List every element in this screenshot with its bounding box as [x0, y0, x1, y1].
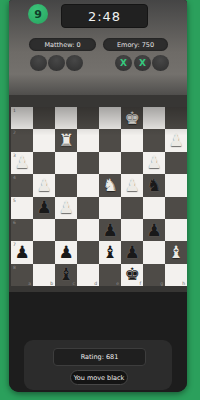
square-g7[interactable] [143, 241, 165, 263]
piece-white-pawn[interactable]: ♟ [165, 129, 187, 151]
square-h6[interactable] [165, 219, 187, 241]
file-label: g [160, 281, 163, 286]
bottom-panel: Rating: 681 You move black [9, 292, 187, 392]
piece-white-king[interactable]: ♚ [121, 107, 143, 129]
badge-9-icon: 9 [34, 8, 42, 21]
square-g8[interactable]: g [143, 264, 165, 286]
square-a1[interactable]: 1 [11, 107, 33, 129]
piece-black-pawn[interactable]: ♟ [99, 219, 121, 241]
lifeline-dot-1[interactable] [30, 55, 47, 71]
square-c6[interactable] [55, 219, 77, 241]
square-h4[interactable] [165, 174, 187, 196]
rating-label: Rating: 681 [81, 353, 119, 361]
square-c2[interactable]: ♜ [55, 129, 77, 151]
square-c5[interactable]: ♟ [55, 197, 77, 219]
square-h2[interactable]: ♟ [165, 129, 187, 151]
player-score-left: Matthew: 0 [29, 38, 96, 51]
rank-label: 4 [13, 175, 16, 180]
file-label: b [50, 281, 53, 286]
rank-label: 8 [13, 265, 16, 270]
square-e2[interactable] [99, 129, 121, 151]
piece-white-pawn[interactable]: ♟ [11, 152, 33, 174]
lifeline-dot-2[interactable] [48, 55, 65, 71]
square-g5[interactable] [143, 197, 165, 219]
square-d1[interactable] [77, 107, 99, 129]
square-a7[interactable]: 7♟ [11, 241, 33, 263]
x-mark-icon: X [120, 59, 127, 68]
square-b5[interactable]: ♟ [33, 197, 55, 219]
square-h5[interactable] [165, 197, 187, 219]
square-b6[interactable] [33, 219, 55, 241]
square-c4[interactable] [55, 174, 77, 196]
lifeline-dot-5[interactable]: X [134, 55, 151, 71]
file-label: e [116, 281, 119, 286]
square-g2[interactable] [143, 129, 165, 151]
square-d3[interactable] [77, 152, 99, 174]
green-circle-button[interactable]: 9 [28, 4, 48, 24]
square-a8[interactable]: 8a [11, 264, 33, 286]
square-f8[interactable]: f♚ [121, 264, 143, 286]
piece-white-rook[interactable]: ♜ [55, 129, 77, 151]
piece-black-pawn[interactable]: ♟ [11, 241, 33, 263]
square-e5[interactable] [99, 197, 121, 219]
chess-board: 1♚2♜♟3♟♟4♟♞♟♞5♟♟6♟♟7♟♟♝♟♝8abc♝def♚gh [11, 107, 187, 286]
rating-display: Rating: 681 [53, 348, 146, 366]
square-b3[interactable] [33, 152, 55, 174]
piece-white-knight[interactable]: ♞ [99, 174, 121, 196]
piece-white-pawn[interactable]: ♟ [33, 174, 55, 196]
square-f4[interactable]: ♟ [121, 174, 143, 196]
square-e6[interactable]: ♟ [99, 219, 121, 241]
square-f5[interactable] [121, 197, 143, 219]
move-turn-label: You move black [74, 374, 125, 382]
square-d6[interactable] [77, 219, 99, 241]
square-f1[interactable]: ♚ [121, 107, 143, 129]
square-d8[interactable]: d [77, 264, 99, 286]
square-g4[interactable]: ♞ [143, 174, 165, 196]
piece-black-pawn[interactable]: ♟ [143, 219, 165, 241]
lifeline-dot-6[interactable] [152, 55, 169, 71]
lifeline-dot-4[interactable]: X [115, 55, 132, 71]
square-a5[interactable]: 5 [11, 197, 33, 219]
move-turn-button[interactable]: You move black [70, 370, 128, 385]
top-panel: 9 2:48 Matthew: 0 Emory: 750 X X [9, 0, 187, 95]
timer-display: 2:48 [61, 4, 148, 28]
piece-black-pawn[interactable]: ♟ [55, 241, 77, 263]
timer-value: 2:48 [88, 9, 121, 24]
app-screenshot: { "game": "chess", "position": { "fen": … [0, 0, 200, 400]
square-h7[interactable]: ♝ [165, 241, 187, 263]
square-c7[interactable]: ♟ [55, 241, 77, 263]
x-mark-icon: X [139, 59, 146, 68]
square-b4[interactable]: ♟ [33, 174, 55, 196]
phone-frame: 9 2:48 Matthew: 0 Emory: 750 X X 1♚2♜♟3♟… [9, 0, 187, 392]
square-e7[interactable]: ♝ [99, 241, 121, 263]
piece-white-bishop[interactable]: ♝ [165, 241, 187, 263]
piece-white-pawn[interactable]: ♟ [143, 152, 165, 174]
square-g3[interactable]: ♟ [143, 152, 165, 174]
file-label: d [94, 281, 97, 286]
square-f6[interactable] [121, 219, 143, 241]
square-b8[interactable]: b [33, 264, 55, 286]
square-h1[interactable] [165, 107, 187, 129]
square-b1[interactable] [33, 107, 55, 129]
square-f3[interactable] [121, 152, 143, 174]
status-panel: Rating: 681 You move black [24, 340, 172, 390]
square-c1[interactable] [55, 107, 77, 129]
square-d5[interactable] [77, 197, 99, 219]
square-f7[interactable]: ♟ [121, 241, 143, 263]
rank-label: 5 [13, 198, 16, 203]
piece-black-bishop[interactable]: ♝ [99, 241, 121, 263]
piece-black-bishop[interactable]: ♝ [55, 264, 77, 286]
square-g6[interactable]: ♟ [143, 219, 165, 241]
square-a2[interactable]: 2 [11, 129, 33, 151]
rank-label: 2 [13, 130, 16, 135]
square-e3[interactable] [99, 152, 121, 174]
piece-black-king[interactable]: ♚ [121, 264, 143, 286]
file-label: a [28, 281, 31, 286]
file-label: h [182, 281, 185, 286]
player-score-left-label: Matthew: 0 [44, 41, 80, 49]
square-d4[interactable] [77, 174, 99, 196]
square-e8[interactable]: e [99, 264, 121, 286]
square-b2[interactable] [33, 129, 55, 151]
rank-label: 6 [13, 220, 16, 225]
rank-label: 1 [13, 108, 16, 113]
square-h8[interactable]: h [165, 264, 187, 286]
piece-white-pawn[interactable]: ♟ [121, 174, 143, 196]
piece-black-knight[interactable]: ♞ [143, 174, 165, 196]
square-g1[interactable] [143, 107, 165, 129]
square-f2[interactable] [121, 129, 143, 151]
player-score-right-label: Emory: 750 [117, 41, 154, 49]
square-b7[interactable] [33, 241, 55, 263]
square-c3[interactable] [55, 152, 77, 174]
square-e4[interactable]: ♞ [99, 174, 121, 196]
square-d7[interactable] [77, 241, 99, 263]
chess-board-area: 1♚2♜♟3♟♟4♟♞♟♞5♟♟6♟♟7♟♟♝♟♝8abc♝def♚gh [9, 95, 187, 292]
square-d2[interactable] [77, 129, 99, 151]
square-c8[interactable]: c♝ [55, 264, 77, 286]
piece-black-pawn[interactable]: ♟ [33, 197, 55, 219]
lifeline-dot-3[interactable] [66, 55, 83, 71]
piece-white-pawn[interactable]: ♟ [55, 197, 77, 219]
square-a3[interactable]: 3♟ [11, 152, 33, 174]
square-a6[interactable]: 6 [11, 219, 33, 241]
piece-black-pawn[interactable]: ♟ [121, 241, 143, 263]
square-h3[interactable] [165, 152, 187, 174]
square-a4[interactable]: 4 [11, 174, 33, 196]
player-score-right: Emory: 750 [103, 38, 168, 51]
square-e1[interactable] [99, 107, 121, 129]
